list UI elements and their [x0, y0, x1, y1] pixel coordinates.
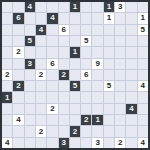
cell-r12c1[interactable] — [13, 138, 23, 148]
cell-r2c6[interactable] — [70, 25, 80, 35]
cell-r5c5[interactable] — [59, 59, 69, 69]
cell-r7c2[interactable] — [25, 81, 35, 91]
cell-r12c2[interactable] — [25, 138, 35, 148]
cell-r5c10[interactable] — [115, 59, 125, 69]
cell-r0c5[interactable] — [59, 2, 69, 12]
cell-r2c11[interactable] — [126, 25, 136, 35]
cell-r11c4[interactable] — [47, 126, 57, 136]
cell-r5c8[interactable]: 9 — [92, 59, 102, 69]
cell-r6c4[interactable] — [47, 70, 57, 80]
cell-r5c12[interactable] — [138, 59, 148, 69]
cell-r3c6[interactable] — [70, 36, 80, 46]
cell-r2c9[interactable] — [104, 25, 114, 35]
cell-r8c8[interactable] — [92, 92, 102, 102]
cell-r0c1[interactable] — [13, 2, 23, 12]
cell-r4c10[interactable] — [115, 47, 125, 57]
cell-r10c0[interactable] — [2, 115, 12, 125]
cell-r3c9[interactable] — [104, 36, 114, 46]
cell-r5c11[interactable] — [126, 59, 136, 69]
cell-r2c7[interactable] — [81, 25, 91, 35]
cell-r9c4[interactable]: 2 — [47, 104, 57, 114]
cell-r5c0[interactable] — [2, 59, 12, 69]
cell-r6c6[interactable] — [70, 70, 80, 80]
cell-r0c2[interactable]: 4 — [25, 2, 35, 12]
cell-r11c2[interactable] — [25, 126, 35, 136]
cell-r6c8[interactable] — [92, 70, 102, 80]
cell-r4c7[interactable] — [81, 47, 91, 57]
cell-r6c12[interactable] — [138, 70, 148, 80]
cell-r10c2[interactable] — [25, 115, 35, 125]
cell-r9c8[interactable] — [92, 104, 102, 114]
cell-r9c11[interactable]: 4 — [126, 104, 136, 114]
cell-r11c7[interactable] — [81, 126, 91, 136]
cell-r1c5[interactable] — [59, 13, 69, 23]
cell-r2c10[interactable] — [115, 25, 125, 35]
cell-r7c7[interactable] — [81, 81, 91, 91]
cell-r8c5[interactable] — [59, 92, 69, 102]
cell-r4c8[interactable] — [92, 47, 102, 57]
cell-r4c3[interactable] — [36, 47, 46, 57]
cell-r2c1[interactable] — [13, 25, 23, 35]
puzzle-board: 411364114655521369222625541244212243324 — [0, 0, 150, 150]
cell-r1c3[interactable] — [36, 13, 46, 23]
cell-r3c1[interactable] — [13, 36, 23, 46]
cell-r6c1[interactable] — [13, 70, 23, 80]
cell-r5c4[interactable]: 6 — [47, 59, 57, 69]
cell-r12c9[interactable] — [104, 138, 114, 148]
cell-r2c4[interactable] — [47, 25, 57, 35]
cell-r10c1[interactable]: 4 — [13, 115, 23, 125]
cell-r4c5[interactable] — [59, 47, 69, 57]
cell-r1c4[interactable]: 4 — [47, 13, 57, 23]
cell-r2c2[interactable] — [25, 25, 35, 35]
cell-r1c10[interactable] — [115, 13, 125, 23]
cell-r10c12[interactable] — [138, 115, 148, 125]
cell-r6c0[interactable]: 2 — [2, 70, 12, 80]
cell-r5c6[interactable] — [70, 59, 80, 69]
cell-r11c3[interactable]: 2 — [36, 126, 46, 136]
cell-r1c9[interactable]: 1 — [104, 13, 114, 23]
cell-r5c1[interactable] — [13, 59, 23, 69]
cell-r0c3[interactable] — [36, 2, 46, 12]
cell-r11c0[interactable] — [2, 126, 12, 136]
cell-r12c7[interactable] — [81, 138, 91, 148]
cell-r4c2[interactable] — [25, 47, 35, 57]
cell-r4c1[interactable]: 2 — [13, 47, 23, 57]
cell-r8c2[interactable] — [25, 92, 35, 102]
cell-r7c10[interactable] — [115, 81, 125, 91]
cell-r3c2[interactable]: 5 — [25, 36, 35, 46]
cell-r1c6[interactable] — [70, 13, 80, 23]
cell-r6c7[interactable]: 6 — [81, 70, 91, 80]
cell-r12c5[interactable]: 3 — [59, 138, 69, 148]
cell-r6c3[interactable]: 2 — [36, 70, 46, 80]
cell-r3c3[interactable] — [36, 36, 46, 46]
cell-r9c9[interactable] — [104, 104, 114, 114]
cell-r1c1[interactable]: 6 — [13, 13, 23, 23]
cell-r6c2[interactable] — [25, 70, 35, 80]
cell-r3c4[interactable] — [47, 36, 57, 46]
cell-r11c9[interactable] — [104, 126, 114, 136]
cell-r11c1[interactable] — [13, 126, 23, 136]
cell-r9c12[interactable] — [138, 104, 148, 114]
cell-r3c8[interactable] — [92, 36, 102, 46]
cell-r7c11[interactable] — [126, 81, 136, 91]
cell-r11c8[interactable] — [92, 126, 102, 136]
cell-r10c8[interactable]: 1 — [92, 115, 102, 125]
cell-r7c5[interactable] — [59, 81, 69, 91]
cell-r8c7[interactable] — [81, 92, 91, 102]
cell-r11c6[interactable]: 2 — [70, 126, 80, 136]
cell-r0c11[interactable] — [126, 2, 136, 12]
cell-r3c5[interactable] — [59, 36, 69, 46]
cell-r11c12[interactable] — [138, 126, 148, 136]
cell-r1c0[interactable] — [2, 13, 12, 23]
cell-r7c12[interactable]: 4 — [138, 81, 148, 91]
cell-r0c6[interactable]: 1 — [70, 2, 80, 12]
cell-r1c11[interactable] — [126, 13, 136, 23]
cell-r0c12[interactable] — [138, 2, 148, 12]
cell-r8c6[interactable] — [70, 92, 80, 102]
cell-r5c7[interactable] — [81, 59, 91, 69]
cell-r0c9[interactable]: 1 — [104, 2, 114, 12]
cell-r8c4[interactable] — [47, 92, 57, 102]
cell-r3c0[interactable] — [2, 36, 12, 46]
cell-r10c9[interactable] — [104, 115, 114, 125]
cell-r4c0[interactable] — [2, 47, 12, 57]
cell-r3c11[interactable] — [126, 36, 136, 46]
cell-r8c11[interactable] — [126, 92, 136, 102]
cell-r11c5[interactable] — [59, 126, 69, 136]
cell-r4c9[interactable] — [104, 47, 114, 57]
cell-r9c6[interactable] — [70, 104, 80, 114]
cell-r2c3[interactable]: 4 — [36, 25, 46, 35]
cell-r12c4[interactable] — [47, 138, 57, 148]
cell-r4c6[interactable]: 1 — [70, 47, 80, 57]
cell-r12c11[interactable] — [126, 138, 136, 148]
cell-r7c1[interactable]: 2 — [13, 81, 23, 91]
cell-r3c7[interactable]: 5 — [81, 36, 91, 46]
cell-r2c5[interactable]: 6 — [59, 25, 69, 35]
cell-r6c11[interactable] — [126, 70, 136, 80]
cell-r12c6[interactable] — [70, 138, 80, 148]
cell-r6c10[interactable] — [115, 70, 125, 80]
cell-r7c3[interactable] — [36, 81, 46, 91]
cell-r6c5[interactable]: 2 — [59, 70, 69, 80]
cell-r9c5[interactable] — [59, 104, 69, 114]
cell-r12c12[interactable]: 4 — [138, 138, 148, 148]
cell-r9c3[interactable] — [36, 104, 46, 114]
cell-r0c10[interactable]: 3 — [115, 2, 125, 12]
cell-r10c11[interactable] — [126, 115, 136, 125]
cell-r2c12[interactable]: 5 — [138, 25, 148, 35]
cell-r4c11[interactable] — [126, 47, 136, 57]
cell-r2c0[interactable] — [2, 25, 12, 35]
cell-r0c8[interactable] — [92, 2, 102, 12]
cell-r10c6[interactable] — [70, 115, 80, 125]
cell-r1c12[interactable]: 1 — [138, 13, 148, 23]
cell-r9c2[interactable] — [25, 104, 35, 114]
cell-r1c2[interactable] — [25, 13, 35, 23]
cell-r10c7[interactable]: 2 — [81, 115, 91, 125]
cell-r3c12[interactable] — [138, 36, 148, 46]
cell-r8c0[interactable]: 1 — [2, 92, 12, 102]
cell-r11c10[interactable] — [115, 126, 125, 136]
cell-r9c7[interactable] — [81, 104, 91, 114]
cell-r12c0[interactable]: 4 — [2, 138, 12, 148]
cell-r9c1[interactable] — [13, 104, 23, 114]
cell-r8c3[interactable] — [36, 92, 46, 102]
cell-r11c11[interactable] — [126, 126, 136, 136]
cell-r7c4[interactable] — [47, 81, 57, 91]
cell-r3c10[interactable] — [115, 36, 125, 46]
cell-r8c10[interactable] — [115, 92, 125, 102]
cell-r5c9[interactable] — [104, 59, 114, 69]
cell-r7c8[interactable] — [92, 81, 102, 91]
cell-r9c0[interactable] — [2, 104, 12, 114]
cell-r10c5[interactable] — [59, 115, 69, 125]
cell-r0c4[interactable] — [47, 2, 57, 12]
cell-r0c7[interactable] — [81, 2, 91, 12]
cell-r5c3[interactable] — [36, 59, 46, 69]
cell-r1c8[interactable] — [92, 13, 102, 23]
cell-r7c0[interactable] — [2, 81, 12, 91]
cell-r4c4[interactable] — [47, 47, 57, 57]
cell-r1c7[interactable] — [81, 13, 91, 23]
cell-r9c10[interactable] — [115, 104, 125, 114]
cell-r0c0[interactable] — [2, 2, 12, 12]
cell-r4c12[interactable] — [138, 47, 148, 57]
cell-r12c8[interactable]: 3 — [92, 138, 102, 148]
cell-r8c12[interactable] — [138, 92, 148, 102]
cell-r12c10[interactable]: 2 — [115, 138, 125, 148]
cell-r7c9[interactable]: 5 — [104, 81, 114, 91]
cell-r10c10[interactable] — [115, 115, 125, 125]
cell-r10c4[interactable] — [47, 115, 57, 125]
cell-r8c1[interactable] — [13, 92, 23, 102]
cell-r10c3[interactable] — [36, 115, 46, 125]
cell-r12c3[interactable] — [36, 138, 46, 148]
cell-r2c8[interactable] — [92, 25, 102, 35]
cell-r6c9[interactable] — [104, 70, 114, 80]
cell-r7c6[interactable]: 5 — [70, 81, 80, 91]
cell-r5c2[interactable]: 3 — [25, 59, 35, 69]
cell-r8c9[interactable] — [104, 92, 114, 102]
